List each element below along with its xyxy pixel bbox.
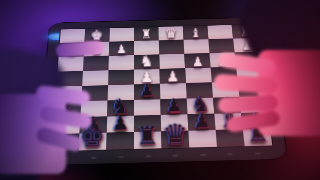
square-f8[interactable] (106, 132, 134, 150)
piece-white-P-c3[interactable]: ♟ (192, 55, 204, 68)
square-g3[interactable] (83, 56, 109, 71)
right-hand (220, 44, 320, 140)
piece-white-N-e3[interactable]: ♞ (140, 54, 154, 70)
square-d1[interactable]: ♛ (158, 26, 183, 40)
left-hand (0, 78, 104, 178)
square-d6[interactable]: ♟ (160, 99, 187, 116)
piece-black-P-f7[interactable]: ♟ (111, 113, 128, 132)
square-f2[interactable]: ♟ (109, 41, 134, 56)
right-finger (214, 74, 279, 94)
square-c4[interactable] (185, 68, 212, 84)
square-h3[interactable] (57, 56, 83, 71)
square-e8[interactable]: ♜ (134, 131, 162, 149)
square-c7[interactable]: ♟ (188, 114, 216, 131)
scene: ♚♜♛♝♜♟♟♟♟♞♟♟♟♟♟♟♞♟♞♟♟♟♟♝♟♚♜♛♜ (0, 0, 320, 180)
piece-white-B-c1[interactable]: ♝ (190, 27, 201, 39)
square-e5[interactable]: ♟ (134, 84, 160, 100)
piece-white-R-a1[interactable]: ♜ (240, 26, 251, 38)
piece-white-P-f2[interactable]: ♟ (116, 44, 126, 56)
square-f7[interactable]: ♟ (107, 116, 134, 133)
square-a1[interactable]: ♜ (232, 24, 258, 38)
square-d3[interactable] (159, 54, 185, 69)
piece-white-P-d4[interactable]: ♟ (166, 69, 179, 84)
piece-black-P-c7[interactable]: ♟ (193, 111, 210, 130)
square-e3[interactable]: ♞ (134, 55, 160, 70)
square-c1[interactable]: ♝ (183, 26, 208, 40)
square-d2[interactable] (159, 40, 185, 55)
square-c8[interactable] (188, 130, 217, 148)
piece-black-Q-d8[interactable]: ♛ (162, 120, 188, 149)
piece-white-Q-d1[interactable]: ♛ (165, 26, 178, 40)
piece-black-P-e5[interactable]: ♟ (140, 84, 155, 100)
square-e6[interactable] (134, 99, 161, 116)
square-b1[interactable] (207, 25, 233, 39)
square-f4[interactable] (108, 70, 134, 86)
piece-white-R-e1[interactable]: ♜ (141, 29, 152, 41)
square-d8[interactable]: ♛ (161, 131, 189, 149)
piece-black-P-d6[interactable]: ♟ (166, 97, 182, 115)
square-f1[interactable] (109, 28, 134, 42)
square-c3[interactable]: ♟ (184, 53, 210, 68)
square-f3[interactable] (108, 55, 134, 70)
piece-black-R-e8[interactable]: ♜ (136, 124, 159, 149)
square-e1[interactable]: ♜ (134, 27, 159, 41)
square-d4[interactable]: ♟ (160, 68, 186, 84)
square-c2[interactable] (184, 39, 210, 54)
